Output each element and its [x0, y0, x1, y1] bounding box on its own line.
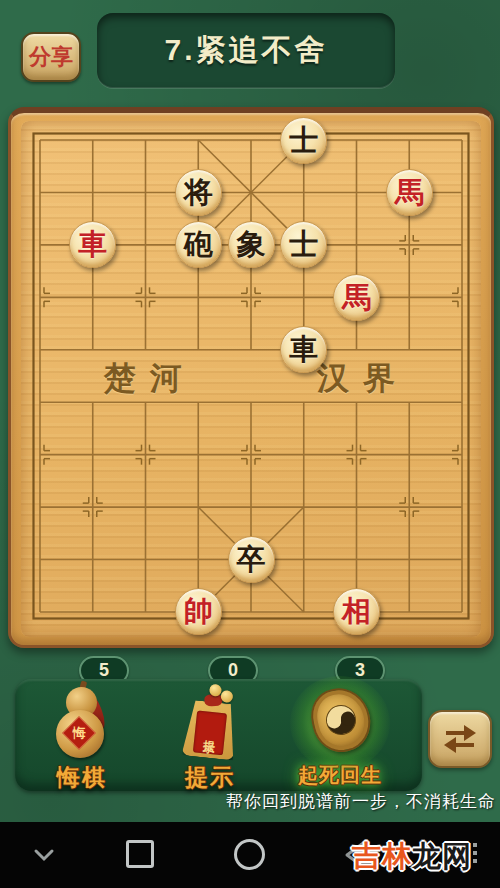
revive-description: 帮你回到脱谱前一步，不消耗生命 [226, 790, 496, 813]
piece-red-r9c3[interactable]: 帥 [175, 588, 222, 635]
recents-square-icon[interactable] [126, 840, 154, 868]
river-label-right: 汉界 [317, 357, 409, 401]
swap-arrows-icon [440, 721, 480, 757]
piece-black-r1c3[interactable]: 将 [175, 169, 222, 216]
revive-button[interactable]: 起死回生 [278, 684, 402, 789]
piece-black-r2c4[interactable]: 象 [228, 221, 275, 268]
piece-black-r2c3[interactable]: 砲 [175, 221, 222, 268]
river-label-left: 楚河 [104, 357, 196, 401]
piece-black-r8c4[interactable]: 卒 [228, 536, 275, 583]
undo-label: 悔棋 [57, 762, 107, 793]
hint-pouch-icon: 提示 [168, 684, 252, 760]
level-title-panel: 7.紧追不舍 [97, 13, 395, 88]
watermark: 吉林龙网 [352, 837, 472, 877]
hint-button[interactable]: 提示 提示 [155, 684, 265, 793]
home-circle-icon[interactable] [234, 839, 265, 870]
hint-label: 提示 [185, 762, 235, 793]
share-button[interactable]: 分享 [21, 32, 81, 82]
piece-black-r0c5[interactable]: 士 [280, 117, 327, 164]
android-navbar: 吉林龙网 [0, 822, 500, 888]
level-title: 7.紧追不舍 [164, 30, 327, 71]
chevron-down-icon[interactable] [32, 848, 56, 862]
piece-red-r1c7[interactable]: 馬 [386, 169, 433, 216]
flip-board-button[interactable] [428, 710, 492, 768]
app-screen: 分享 7.紧追不舍 楚河 汉界 士将馬車砲象士馬車卒帥相 5 0 3 悔 悔棋 … [0, 0, 500, 888]
gourd-icon: 悔 [40, 684, 124, 760]
undo-button[interactable]: 悔 悔棋 [27, 684, 137, 793]
overflow-menu-icon[interactable] [473, 843, 477, 863]
taiji-medallion-icon [298, 684, 382, 760]
piece-red-r3c6[interactable]: 馬 [333, 274, 380, 321]
